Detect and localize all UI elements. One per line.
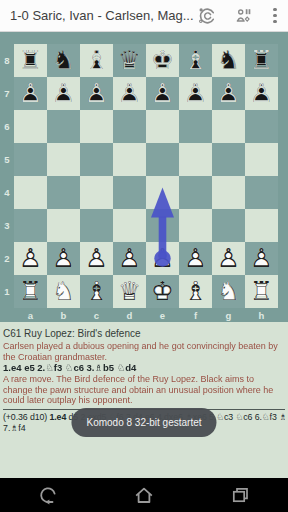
black-knight-g8: ♞♘ — [212, 44, 245, 77]
square-c5[interactable] — [80, 143, 113, 176]
square-b1[interactable]: ♞♘ — [47, 275, 80, 308]
square-h1[interactable]: ♜♖ — [245, 275, 278, 308]
title-bar: 1-0 Saric, Ivan - Carlsen, Mag... — [0, 0, 288, 32]
square-c6[interactable] — [80, 110, 113, 143]
square-a1[interactable]: ♜♖ — [14, 275, 47, 308]
black-king-e8: ♚♔ — [146, 44, 179, 77]
engine-best-move: 1.e4 — [49, 412, 66, 422]
square-c8[interactable]: ♝♗ — [80, 44, 113, 77]
engine-pause-icon[interactable] — [232, 5, 254, 27]
black-pawn-h7: ♟♙ — [245, 77, 278, 110]
black-rook-h8: ♜♖ — [245, 44, 278, 77]
square-g4[interactable] — [212, 176, 245, 209]
rank-label-3: 3 — [0, 209, 14, 242]
annotation-text-1: Carlsen played a dubious opening and he … — [3, 341, 285, 362]
rank-label-6: 6 — [0, 110, 14, 143]
white-pawn-b2: ♟♙ — [47, 242, 80, 275]
square-e8[interactable]: ♚♔ — [146, 44, 179, 77]
rank-labels: 87654321 — [0, 44, 14, 308]
black-pawn-a7: ♟♙ — [14, 77, 47, 110]
square-d2[interactable]: ♟♙ — [113, 242, 146, 275]
square-f4[interactable] — [179, 176, 212, 209]
square-d7[interactable]: ♟♙ — [113, 77, 146, 110]
square-e6[interactable] — [146, 110, 179, 143]
white-knight-g1: ♞♘ — [212, 275, 245, 308]
black-pawn-b7: ♟♙ — [47, 77, 80, 110]
square-f2[interactable]: ♟♙ — [179, 242, 212, 275]
square-g2[interactable]: ♟♙ — [212, 242, 245, 275]
file-label-g: g — [212, 309, 245, 322]
square-b7[interactable]: ♟♙ — [47, 77, 80, 110]
white-queen-d1: ♛♕ — [113, 275, 146, 308]
white-pawn-h2: ♟♙ — [245, 242, 278, 275]
toast-message: Komodo 8 32-bit gestartet — [71, 408, 216, 437]
square-f1[interactable]: ♝♗ — [179, 275, 212, 308]
square-e2[interactable]: ♟♙ — [146, 242, 179, 275]
file-label-c: c — [80, 309, 113, 322]
square-e4[interactable] — [146, 176, 179, 209]
square-h6[interactable] — [245, 110, 278, 143]
square-a6[interactable] — [14, 110, 47, 143]
white-knight-b1: ♞♘ — [47, 275, 80, 308]
home-icon — [132, 483, 156, 507]
square-c2[interactable]: ♟♙ — [80, 242, 113, 275]
file-label-d: d — [113, 309, 146, 322]
square-g1[interactable]: ♞♘ — [212, 275, 245, 308]
black-rook-a8: ♜♖ — [14, 44, 47, 77]
black-pawn-f7: ♟♙ — [179, 77, 212, 110]
square-h5[interactable] — [245, 143, 278, 176]
square-g8[interactable]: ♞♘ — [212, 44, 245, 77]
square-c7[interactable]: ♟♙ — [80, 77, 113, 110]
droidfish-app: 1-0 Saric, Ivan - Carlsen, Mag... 876543… — [0, 0, 288, 512]
white-pawn-d2: ♟♙ — [113, 242, 146, 275]
analysis-mode-icon[interactable] — [196, 5, 218, 27]
game-title: 1-0 Saric, Ivan - Carlsen, Mag... — [10, 8, 196, 23]
square-f6[interactable] — [179, 110, 212, 143]
square-d5[interactable] — [113, 143, 146, 176]
file-label-f: f — [179, 309, 212, 322]
black-pawn-g7: ♟♙ — [212, 77, 245, 110]
square-d6[interactable] — [113, 110, 146, 143]
square-g7[interactable]: ♟♙ — [212, 77, 245, 110]
square-e3[interactable] — [146, 209, 179, 242]
recents-icon — [228, 483, 252, 507]
square-f8[interactable]: ♝♗ — [179, 44, 212, 77]
square-d4[interactable] — [113, 176, 146, 209]
square-f5[interactable] — [179, 143, 212, 176]
chess-board[interactable]: ♜♖♞♘♝♗♛♕♚♔♝♗♞♘♜♖♟♙♟♙♟♙♟♙♟♙♟♙♟♙♟♙♟♙♟♙♟♙♟♙… — [14, 44, 278, 308]
white-pawn-c2: ♟♙ — [80, 242, 113, 275]
white-bishop-c1: ♝♗ — [80, 275, 113, 308]
square-c1[interactable]: ♝♗ — [80, 275, 113, 308]
white-rook-h1: ♜♖ — [245, 275, 278, 308]
square-a8[interactable]: ♜♖ — [14, 44, 47, 77]
square-e7[interactable]: ♟♙ — [146, 77, 179, 110]
square-h7[interactable]: ♟♙ — [245, 77, 278, 110]
rank-label-4: 4 — [0, 176, 14, 209]
white-pawn-f2: ♟♙ — [179, 242, 212, 275]
white-rook-a1: ♜♖ — [14, 275, 47, 308]
black-pawn-d7: ♟♙ — [113, 77, 146, 110]
square-b8[interactable]: ♞♘ — [47, 44, 80, 77]
white-king-e1: ♚♔ — [146, 275, 179, 308]
recents-button[interactable] — [210, 478, 270, 512]
rank-label-2: 2 — [0, 242, 14, 275]
black-knight-b8: ♞♘ — [47, 44, 80, 77]
square-d8[interactable]: ♛♕ — [113, 44, 146, 77]
white-bishop-f1: ♝♗ — [179, 275, 212, 308]
square-c4[interactable] — [80, 176, 113, 209]
square-e5[interactable] — [146, 143, 179, 176]
rank-label-7: 7 — [0, 77, 14, 110]
square-a3[interactable] — [14, 209, 47, 242]
black-pawn-e7: ♟♙ — [146, 77, 179, 110]
annotation-text-2: A rare move. The Bird defence of the Ruy… — [3, 374, 285, 406]
file-label-a: a — [14, 309, 47, 322]
engine-eval: (+0.36 d10) — [3, 412, 49, 422]
square-b4[interactable] — [47, 176, 80, 209]
square-d1[interactable]: ♛♕ — [113, 275, 146, 308]
square-a7[interactable]: ♟♙ — [14, 77, 47, 110]
overflow-menu-icon[interactable] — [268, 5, 282, 27]
black-pawn-c7: ♟♙ — [80, 77, 113, 110]
square-h4[interactable] — [245, 176, 278, 209]
square-h2[interactable]: ♟♙ — [245, 242, 278, 275]
analysis-panel: C61 Ruy Lopez: Bird's defence Carlsen pl… — [0, 322, 288, 478]
square-b2[interactable]: ♟♙ — [47, 242, 80, 275]
square-e1[interactable]: ♚♔ — [146, 275, 179, 308]
rank-label-8: 8 — [0, 44, 14, 77]
square-g3[interactable] — [212, 209, 245, 242]
square-f3[interactable] — [179, 209, 212, 242]
square-a4[interactable] — [14, 176, 47, 209]
home-button[interactable] — [114, 478, 174, 512]
opening-name: C61 Ruy Lopez: Bird's defence — [3, 328, 285, 339]
board-area: 87654321 ♜♖♞♘♝♗♛♕♚♔♝♗♞♘♜♖♟♙♟♙♟♙♟♙♟♙♟♙♟♙♟… — [0, 32, 288, 322]
square-f7[interactable]: ♟♙ — [179, 77, 212, 110]
square-a5[interactable] — [14, 143, 47, 176]
android-nav-bar — [0, 478, 288, 512]
square-c3[interactable] — [80, 209, 113, 242]
file-labels: abcdefgh — [14, 309, 278, 322]
square-a2[interactable]: ♟♙ — [14, 242, 47, 275]
square-g5[interactable] — [212, 143, 245, 176]
black-bishop-f8: ♝♗ — [179, 44, 212, 77]
square-h8[interactable]: ♜♖ — [245, 44, 278, 77]
white-pawn-a2: ♟♙ — [14, 242, 47, 275]
black-bishop-c8: ♝♗ — [80, 44, 113, 77]
white-pawn-e2: ♟♙ — [146, 242, 179, 275]
black-queen-d8: ♛♕ — [113, 44, 146, 77]
white-pawn-g2: ♟♙ — [212, 242, 245, 275]
file-label-h: h — [245, 309, 278, 322]
square-b3[interactable] — [47, 209, 80, 242]
square-d3[interactable] — [113, 209, 146, 242]
file-label-e: e — [146, 309, 179, 322]
rank-label-1: 1 — [0, 275, 14, 308]
title-bar-actions — [196, 5, 282, 27]
square-b5[interactable] — [47, 143, 80, 176]
file-label-b: b — [47, 309, 80, 322]
square-b6[interactable] — [47, 110, 80, 143]
rank-label-5: 5 — [0, 143, 14, 176]
square-g6[interactable] — [212, 110, 245, 143]
back-button[interactable] — [18, 478, 78, 512]
back-icon — [36, 483, 60, 507]
game-moves[interactable]: 1.e4 e5 2.♘f3 ♘c6 3.♗b5 ♘d4 — [3, 362, 285, 374]
square-h3[interactable] — [245, 209, 278, 242]
